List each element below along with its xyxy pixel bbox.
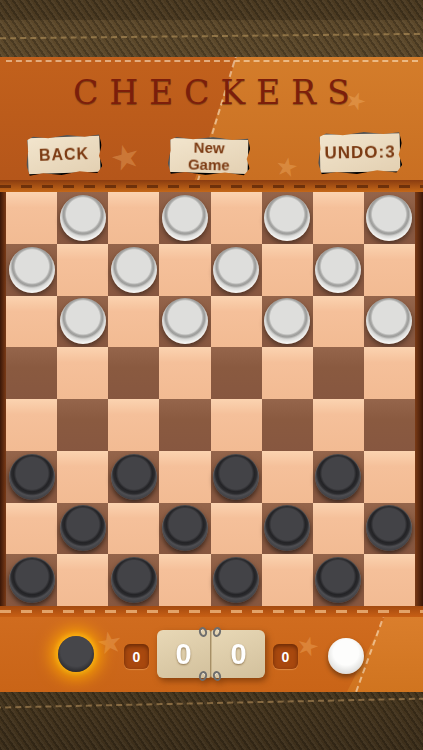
square-h4[interactable] [364, 399, 415, 451]
white-piece[interactable] [9, 247, 55, 293]
square-f2[interactable] [262, 503, 313, 555]
square-b1[interactable] [57, 554, 108, 606]
square-c6[interactable] [108, 296, 159, 348]
square-a6[interactable] [6, 296, 57, 348]
square-b7[interactable] [57, 244, 108, 296]
square-c4[interactable] [108, 399, 159, 451]
white-piece[interactable] [366, 195, 412, 241]
black-piece[interactable] [213, 454, 259, 500]
square-h1[interactable] [364, 554, 415, 606]
black-piece[interactable] [111, 557, 157, 603]
square-e3[interactable] [211, 451, 262, 503]
square-e7[interactable] [211, 244, 262, 296]
square-d5[interactable] [159, 347, 210, 399]
black-piece[interactable] [315, 557, 361, 603]
undo-button[interactable]: UNDO:3 [318, 131, 403, 174]
square-h8[interactable] [364, 192, 415, 244]
board-bottom-rail [0, 606, 423, 617]
stitch-line [0, 33, 423, 40]
black-piece[interactable] [9, 454, 55, 500]
square-e5[interactable] [211, 347, 262, 399]
checkers-app: ★ ★ ★ CHECKERS BACK New Game UNDO:3 ★ ★ … [0, 0, 423, 750]
square-f3[interactable] [262, 451, 313, 503]
square-g4[interactable] [313, 399, 364, 451]
square-d8[interactable] [159, 192, 210, 244]
square-g6[interactable] [313, 296, 364, 348]
black-piece[interactable] [60, 505, 106, 551]
square-f5[interactable] [262, 347, 313, 399]
square-e8[interactable] [211, 192, 262, 244]
square-d4[interactable] [159, 399, 210, 451]
score-bar: ★ ★ 0 0 0 0 [0, 617, 423, 692]
square-h3[interactable] [364, 451, 415, 503]
star-decoration: ★ [93, 623, 126, 662]
square-g3[interactable] [313, 451, 364, 503]
board-frame [0, 192, 423, 606]
square-a5[interactable] [6, 347, 57, 399]
stitch-line [0, 185, 423, 188]
white-captured-count: 0 [273, 644, 298, 669]
white-piece[interactable] [264, 298, 310, 344]
stitch-line [0, 697, 423, 708]
square-c8[interactable] [108, 192, 159, 244]
square-h5[interactable] [364, 347, 415, 399]
square-d1[interactable] [159, 554, 210, 606]
new-game-button[interactable]: New Game [168, 136, 251, 176]
square-a2[interactable] [6, 503, 57, 555]
square-e4[interactable] [211, 399, 262, 451]
black-piece[interactable] [111, 454, 157, 500]
white-score: 0 [211, 630, 265, 678]
square-f1[interactable] [262, 554, 313, 606]
white-piece[interactable] [264, 195, 310, 241]
white-piece[interactable] [60, 195, 106, 241]
square-d3[interactable] [159, 451, 210, 503]
square-f8[interactable] [262, 192, 313, 244]
app-title: CHECKERS [0, 73, 423, 112]
black-piece[interactable] [213, 557, 259, 603]
square-g5[interactable] [313, 347, 364, 399]
square-a4[interactable] [6, 399, 57, 451]
square-c5[interactable] [108, 347, 159, 399]
square-c2[interactable] [108, 503, 159, 555]
square-d7[interactable] [159, 244, 210, 296]
white-piece[interactable] [162, 195, 208, 241]
black-piece[interactable] [366, 505, 412, 551]
top-fabric-panel [0, 0, 423, 57]
square-c3[interactable] [108, 451, 159, 503]
square-e1[interactable] [211, 554, 262, 606]
header: ★ ★ ★ CHECKERS BACK New Game UNDO:3 [0, 57, 423, 180]
board [6, 192, 415, 606]
square-c7[interactable] [108, 244, 159, 296]
stitch-line [0, 610, 423, 613]
bottom-fabric-panel [0, 692, 423, 750]
square-e6[interactable] [211, 296, 262, 348]
square-h7[interactable] [364, 244, 415, 296]
star-decoration: ★ [105, 134, 145, 180]
back-button[interactable]: BACK [25, 134, 102, 177]
square-h2[interactable] [364, 503, 415, 555]
square-d6[interactable] [159, 296, 210, 348]
square-a1[interactable] [6, 554, 57, 606]
white-piece[interactable] [111, 247, 157, 293]
black-piece[interactable] [264, 505, 310, 551]
square-b8[interactable] [57, 192, 108, 244]
square-e2[interactable] [211, 503, 262, 555]
square-a7[interactable] [6, 244, 57, 296]
white-piece[interactable] [315, 247, 361, 293]
white-piece[interactable] [366, 298, 412, 344]
black-piece[interactable] [9, 557, 55, 603]
square-h6[interactable] [364, 296, 415, 348]
white-piece[interactable] [213, 247, 259, 293]
square-g7[interactable] [313, 244, 364, 296]
board-top-rail [0, 180, 423, 192]
square-a8[interactable] [6, 192, 57, 244]
white-piece[interactable] [60, 298, 106, 344]
square-c1[interactable] [108, 554, 159, 606]
square-a3[interactable] [6, 451, 57, 503]
square-b3[interactable] [57, 451, 108, 503]
white-turn-indicator [328, 638, 364, 674]
white-piece[interactable] [162, 298, 208, 344]
square-b5[interactable] [57, 347, 108, 399]
square-d2[interactable] [159, 503, 210, 555]
header-top-stitch [6, 60, 418, 62]
square-b2[interactable] [57, 503, 108, 555]
black-captured-count: 0 [124, 644, 149, 669]
black-piece[interactable] [315, 454, 361, 500]
black-piece[interactable] [162, 505, 208, 551]
square-f4[interactable] [262, 399, 313, 451]
square-b4[interactable] [57, 399, 108, 451]
black-turn-indicator [58, 636, 94, 672]
square-g8[interactable] [313, 192, 364, 244]
square-b6[interactable] [57, 296, 108, 348]
square-f7[interactable] [262, 244, 313, 296]
scoreboard: 0 0 [157, 630, 265, 678]
square-g1[interactable] [313, 554, 364, 606]
square-f6[interactable] [262, 296, 313, 348]
square-g2[interactable] [313, 503, 364, 555]
